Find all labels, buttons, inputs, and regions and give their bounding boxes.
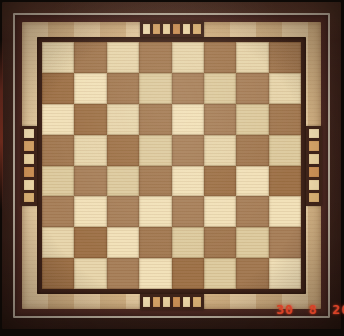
- square-c8[interactable]: [107, 42, 139, 73]
- stripe-inlay-right: [306, 126, 322, 206]
- square-e5[interactable]: [172, 135, 204, 166]
- square-h8[interactable]: [269, 42, 301, 73]
- square-c2[interactable]: [107, 227, 139, 258]
- square-h3[interactable]: [269, 196, 301, 227]
- square-e6[interactable]: [172, 104, 204, 135]
- stripe-inlay-segment: [183, 24, 190, 34]
- square-f6[interactable]: [204, 104, 236, 135]
- square-g8[interactable]: [236, 42, 268, 73]
- stripe-inlay-segment: [183, 297, 190, 307]
- square-f2[interactable]: [204, 227, 236, 258]
- square-a7[interactable]: [42, 73, 74, 104]
- square-c4[interactable]: [107, 166, 139, 197]
- stripe-inlay-segment: [173, 24, 180, 34]
- square-a8[interactable]: [42, 42, 74, 73]
- stripe-inlay-segment: [143, 24, 150, 34]
- square-b8[interactable]: [74, 42, 106, 73]
- square-h1[interactable]: [269, 258, 301, 289]
- stripe-inlay-segment: [193, 297, 200, 307]
- stripe-inlay-segment: [24, 129, 34, 139]
- square-a2[interactable]: [42, 227, 74, 258]
- board-frame: [2, 2, 341, 329]
- square-g1[interactable]: [236, 258, 268, 289]
- square-d6[interactable]: [139, 104, 171, 135]
- square-e7[interactable]: [172, 73, 204, 104]
- square-a5[interactable]: [42, 135, 74, 166]
- chessboard-photo: 30 8 20: [0, 0, 344, 336]
- chess-board: [42, 42, 301, 289]
- square-b5[interactable]: [74, 135, 106, 166]
- stripe-inlay-segment: [24, 167, 34, 177]
- square-d2[interactable]: [139, 227, 171, 258]
- square-g4[interactable]: [236, 166, 268, 197]
- stripe-inlay-segment: [309, 193, 319, 203]
- stripe-inlay-segment: [143, 297, 150, 307]
- stripe-inlay-segment: [309, 154, 319, 164]
- square-a3[interactable]: [42, 196, 74, 227]
- stripe-inlay-top: [140, 21, 204, 37]
- square-h4[interactable]: [269, 166, 301, 197]
- stripe-inlay-segment: [309, 167, 319, 177]
- square-d3[interactable]: [139, 196, 171, 227]
- stripe-inlay-segment: [24, 193, 34, 203]
- stripe-inlay-left: [21, 126, 37, 206]
- stripe-inlay-segment: [24, 141, 34, 151]
- stripe-inlay-segment: [153, 297, 160, 307]
- square-h6[interactable]: [269, 104, 301, 135]
- square-e3[interactable]: [172, 196, 204, 227]
- stripe-inlay-segment: [163, 24, 170, 34]
- square-e4[interactable]: [172, 166, 204, 197]
- square-d7[interactable]: [139, 73, 171, 104]
- square-g2[interactable]: [236, 227, 268, 258]
- stripe-inlay-segment: [163, 297, 170, 307]
- square-f3[interactable]: [204, 196, 236, 227]
- stripe-inlay-bottom: [140, 294, 204, 310]
- square-a6[interactable]: [42, 104, 74, 135]
- square-f1[interactable]: [204, 258, 236, 289]
- square-d5[interactable]: [139, 135, 171, 166]
- square-b6[interactable]: [74, 104, 106, 135]
- square-f7[interactable]: [204, 73, 236, 104]
- square-g6[interactable]: [236, 104, 268, 135]
- camera-date-stamp: 30 8 20: [276, 302, 344, 317]
- stripe-inlay-segment: [309, 141, 319, 151]
- square-g7[interactable]: [236, 73, 268, 104]
- stripe-inlay-segment: [193, 24, 200, 34]
- stripe-inlay-segment: [153, 24, 160, 34]
- square-c7[interactable]: [107, 73, 139, 104]
- square-d4[interactable]: [139, 166, 171, 197]
- square-b7[interactable]: [74, 73, 106, 104]
- stripe-inlay-segment: [309, 180, 319, 190]
- square-e2[interactable]: [172, 227, 204, 258]
- square-h5[interactable]: [269, 135, 301, 166]
- square-a1[interactable]: [42, 258, 74, 289]
- square-b4[interactable]: [74, 166, 106, 197]
- square-d8[interactable]: [139, 42, 171, 73]
- square-c5[interactable]: [107, 135, 139, 166]
- square-c3[interactable]: [107, 196, 139, 227]
- square-c6[interactable]: [107, 104, 139, 135]
- stripe-inlay-segment: [24, 154, 34, 164]
- square-b1[interactable]: [74, 258, 106, 289]
- square-e1[interactable]: [172, 258, 204, 289]
- square-c1[interactable]: [107, 258, 139, 289]
- square-b3[interactable]: [74, 196, 106, 227]
- square-e8[interactable]: [172, 42, 204, 73]
- square-b2[interactable]: [74, 227, 106, 258]
- square-d1[interactable]: [139, 258, 171, 289]
- square-f5[interactable]: [204, 135, 236, 166]
- square-a4[interactable]: [42, 166, 74, 197]
- stripe-inlay-segment: [173, 297, 180, 307]
- square-f8[interactable]: [204, 42, 236, 73]
- square-g3[interactable]: [236, 196, 268, 227]
- stripe-inlay-segment: [24, 180, 34, 190]
- square-h7[interactable]: [269, 73, 301, 104]
- square-f4[interactable]: [204, 166, 236, 197]
- square-g5[interactable]: [236, 135, 268, 166]
- stripe-inlay-segment: [309, 129, 319, 139]
- square-h2[interactable]: [269, 227, 301, 258]
